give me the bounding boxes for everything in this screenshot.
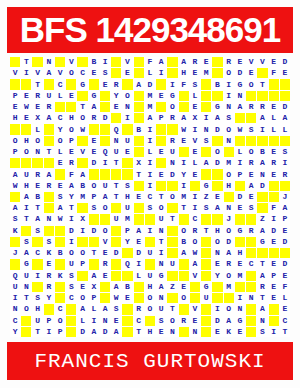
letter-cell: L [280,124,290,134]
blocked-cell [100,102,110,112]
letter-cell: E [190,316,200,326]
blocked-cell [100,214,110,224]
letter-cell: X [134,158,144,168]
letter-cell: C [55,113,65,123]
blocked-cell [122,316,132,326]
letter-cell: E [89,68,99,78]
letter-cell: D [100,113,110,123]
blocked-cell [134,282,144,292]
letter-cell: R [280,169,290,179]
letter-cell: Z [201,192,211,202]
letter-cell: T [89,248,99,258]
letter-cell: E [246,192,256,202]
letter-cell: B [212,79,222,89]
blocked-cell [257,192,267,202]
blocked-cell [167,57,177,67]
letter-cell: T [257,293,267,303]
letter-cell: L [280,293,290,303]
letter-cell: P [66,136,76,146]
blocked-cell [134,181,144,191]
letter-cell: A [111,327,121,337]
letter-cell: P [10,147,20,157]
letter-cell: P [89,192,99,202]
letter-cell: L [145,147,155,157]
blocked-cell [111,203,121,213]
letter-cell: R [246,102,256,112]
letter-cell: E [212,192,222,202]
letter-cell: M [224,158,234,168]
letter-cell: S [257,327,267,337]
letter-cell: T [111,158,121,168]
letter-cell: T [156,192,166,202]
letter-cell: O [179,226,189,236]
letter-cell: Z [167,282,177,292]
letter-cell: C [77,68,87,78]
letter-cell: N [111,136,121,146]
letter-cell: R [190,57,200,67]
blocked-cell [122,327,132,337]
letter-cell: E [190,68,200,78]
blocked-cell [145,214,155,224]
letter-cell: N [190,327,200,337]
letter-cell: W [111,293,121,303]
blocked-cell [179,102,189,112]
letter-cell: E [212,327,222,337]
blocked-cell [246,136,256,146]
letter-cell: F [66,169,76,179]
blocked-cell [224,293,234,303]
letter-cell: A [44,169,54,179]
blocked-cell [167,68,177,78]
letter-cell: E [156,327,166,337]
blocked-cell [111,271,121,281]
letter-cell: O [55,316,65,326]
letter-cell: V [55,68,65,78]
letter-cell: N [167,158,177,168]
letter-cell: O [77,113,87,123]
blocked-cell [257,91,267,101]
blocked-cell [111,259,121,269]
letter-cell: O [212,237,222,247]
letter-cell: E [100,248,110,258]
letter-cell: A [257,113,267,123]
author-band: FRANCIS GURTOWSKI [7,342,293,380]
letter-cell: C [190,214,200,224]
letter-cell: K [55,271,65,281]
blocked-cell [257,248,267,258]
letter-cell: N [224,102,234,112]
blocked-cell [201,237,211,247]
blocked-cell [201,248,211,258]
blocked-cell [134,113,144,123]
letter-cell: Z [257,214,267,224]
letter-cell: H [32,304,42,314]
blocked-cell [77,91,87,101]
letter-cell: E [201,57,211,67]
letter-cell: S [190,79,200,89]
letter-cell: O [246,79,256,89]
blocked-cell [10,192,20,202]
letter-cell: O [66,68,76,78]
letter-cell: E [269,169,279,179]
blocked-cell [246,304,256,314]
letter-cell: E [269,293,279,303]
letter-cell: E [66,147,76,157]
blocked-cell [280,79,290,89]
letter-cell: X [190,113,200,123]
letter-cell: G [235,226,245,236]
letter-cell: A [257,158,267,168]
letter-cell: A [77,169,87,179]
letter-cell: I [21,68,31,78]
blocked-cell [212,169,222,179]
blocked-cell [246,282,256,292]
letter-cell: E [179,282,189,292]
letter-cell: P [10,91,20,101]
author-name: FRANCIS GURTOWSKI [34,350,265,373]
letter-cell: U [156,214,166,224]
blocked-cell [280,91,290,101]
blocked-cell [167,237,177,247]
letter-cell: R [111,79,121,89]
letter-cell: I [235,158,245,168]
letter-cell: R [246,158,256,168]
letter-cell: U [122,136,132,146]
blocked-cell [100,91,110,101]
letter-cell: I [190,192,200,202]
blocked-cell [235,136,245,146]
letter-cell: O [167,102,177,112]
blocked-cell [32,259,42,269]
letter-cell: T [201,226,211,236]
letter-cell: G [235,316,245,326]
letter-cell: O [89,181,99,191]
blocked-cell [269,136,279,146]
blocked-cell [77,237,87,247]
letter-cell: A [21,248,31,258]
letter-cell: E [156,147,166,157]
letter-cell: U [145,271,155,281]
letter-cell: E [55,181,65,191]
letter-cell: E [269,102,279,112]
letter-cell: N [257,316,267,326]
letter-cell: I [44,327,54,337]
blocked-cell [212,181,222,191]
letter-cell: D [77,327,87,337]
letter-cell: I [134,259,144,269]
blocked-cell [246,316,256,326]
letter-cell: E [269,147,279,157]
letter-cell: H [21,136,31,146]
letter-cell: B [134,124,144,134]
blocked-cell [212,136,222,146]
blocked-cell [66,304,76,314]
letter-cell: O [21,147,31,157]
blocked-cell [190,293,200,303]
blocked-cell [55,102,65,112]
letter-cell: R [257,102,267,112]
letter-cell: A [134,79,144,89]
letter-cell: S [66,271,76,281]
letter-cell: H [145,327,155,337]
letter-cell: E [235,57,245,67]
blocked-cell [246,237,256,247]
blocked-cell [111,57,121,67]
letter-cell: R [190,226,200,236]
letter-cell: V [246,57,256,67]
blocked-cell [269,304,279,314]
blocked-cell [77,271,87,281]
letter-cell: E [77,282,87,292]
blocked-cell [10,237,20,247]
letter-cell: V [66,57,76,67]
letter-cell: X [89,282,99,292]
letter-cell: R [66,158,76,168]
letter-cell: E [235,203,245,213]
letter-cell: O [224,304,234,314]
blocked-cell [55,226,65,236]
letter-cell: J [10,248,20,258]
blocked-cell [179,304,189,314]
blocked-cell [201,304,211,314]
letter-cell: L [89,304,99,314]
letter-cell: W [179,124,189,134]
letter-cell: O [246,147,256,157]
letter-cell: Y [212,271,222,281]
blocked-cell [32,282,42,292]
letter-cell: E [10,102,20,112]
letter-cell: O [32,136,42,146]
letter-cell: D [167,169,177,179]
letter-cell: A [21,192,31,202]
blocked-cell [212,57,222,67]
letter-cell: E [111,316,121,326]
letter-cell: I [100,158,110,168]
blocked-cell [122,124,132,134]
letter-cell: T [134,169,144,179]
blocked-cell [212,68,222,78]
letter-cell: S [32,293,42,303]
letter-cell: S [32,226,42,236]
letter-cell: R [89,113,99,123]
blocked-cell [246,327,256,337]
letter-cell: W [10,181,20,191]
letter-cell: X [77,214,87,224]
letter-cell: I [224,91,234,101]
letter-cell: E [190,169,200,179]
letter-cell: Y [122,237,132,247]
blocked-cell [100,169,110,179]
letter-cell: D [280,57,290,67]
blocked-cell [100,136,110,146]
letter-cell: L [190,91,200,101]
letter-cell: O [224,124,234,134]
letter-cell: O [224,271,234,281]
letter-cell: I [100,57,110,67]
blocked-cell [167,124,177,134]
letter-cell: A [44,113,54,123]
letter-cell: E [212,259,222,269]
blocked-cell [179,327,189,337]
letter-cell: I [89,316,99,326]
letter-cell: R [44,102,54,112]
letter-cell: L [134,271,144,281]
letter-cell: W [190,248,200,258]
letter-cell: N [122,102,132,112]
letter-cell: S [44,237,54,247]
letter-cell: I [122,113,132,123]
letter-cell: B [257,147,267,157]
blocked-cell [235,237,245,247]
letter-cell: N [100,316,110,326]
blocked-cell [10,259,20,269]
letter-cell: N [21,282,31,292]
blocked-cell [10,79,20,89]
title-band: BFS 1429348691 [7,7,293,53]
letter-cell: A [111,282,121,292]
letter-cell: A [224,316,234,326]
blocked-cell [246,271,256,281]
letter-cell: I [269,327,279,337]
letter-cell: V [190,271,200,281]
blocked-cell [44,79,54,89]
letter-cell: D [212,316,222,326]
blocked-cell [167,226,177,236]
blocked-cell [21,316,31,326]
letter-cell: H [21,181,31,191]
letter-cell: N [246,293,256,303]
letter-cell: I [190,203,200,213]
letter-cell: E [190,147,200,157]
letter-cell: D [280,237,290,247]
letter-cell: N [156,259,166,269]
letter-cell: O [100,226,110,236]
blocked-cell [235,181,245,191]
letter-cell: D [212,124,222,134]
letter-cell: I [235,293,245,303]
letter-cell: K [224,327,234,337]
letter-cell: O [179,293,189,303]
letter-cell: A [280,113,290,123]
blocked-cell [280,248,290,258]
blocked-cell [269,79,279,89]
letter-cell: H [212,226,222,236]
letter-cell: A [156,57,166,67]
letter-cell: N [212,248,222,258]
blocked-cell [55,259,65,269]
blocked-cell [269,192,279,202]
letter-cell: I [212,304,222,314]
letter-cell: O [21,304,31,314]
letter-cell: R [32,91,42,101]
letter-cell: E [269,259,279,269]
letter-cell: J [224,214,234,224]
letter-cell: I [10,293,20,303]
letter-cell: I [145,158,155,168]
letter-cell: R [100,259,110,269]
letter-cell: E [269,237,279,247]
letter-cell: T [32,327,42,337]
letter-cell: R [32,169,42,179]
letter-cell: I [201,113,211,123]
letter-cell: L [269,113,279,123]
letter-cell: A [179,57,189,67]
letter-cell: U [167,147,177,157]
letter-cell: L [145,68,155,78]
blocked-cell [122,271,132,281]
blocked-cell [122,304,132,314]
letter-cell: R [224,259,234,269]
letter-cell: P [156,113,166,123]
blocked-cell [201,271,211,281]
blocked-cell [235,282,245,292]
blocked-cell [179,147,189,157]
letter-cell: U [156,304,166,314]
letter-cell: B [32,192,42,202]
letter-cell: N [201,124,211,134]
letter-cell: S [100,68,110,78]
letter-cell: I [167,79,177,89]
blocked-cell [66,316,76,326]
letter-cell: O [66,124,76,134]
blocked-cell [44,226,54,236]
blocked-cell [32,158,42,168]
letter-cell: U [21,169,31,179]
blocked-cell [201,169,211,179]
letter-cell: R [257,282,267,292]
blocked-cell [66,79,76,89]
blocked-cell [212,214,222,224]
book-title: BFS 1429348691 [20,10,280,50]
letter-cell: S [89,203,99,213]
letter-cell: T [111,192,121,202]
letter-cell: T [21,57,31,67]
blocked-cell [44,158,54,168]
letter-cell: L [77,316,87,326]
blocked-cell [167,181,177,191]
blocked-cell [190,282,200,292]
letter-cell: N [156,293,166,303]
letter-cell: J [280,192,290,202]
blocked-cell [66,327,76,337]
letter-cell: E [235,259,245,269]
letter-cell: A [44,68,54,78]
letter-cell: R [269,158,279,168]
letter-cell: T [66,203,76,213]
letter-cell: A [89,327,99,337]
letter-cell: D [100,327,110,337]
blocked-cell [156,79,166,89]
letter-cell: G [201,282,211,292]
letter-cell: E [122,68,132,78]
letter-cell: G [77,79,87,89]
blocked-cell [89,237,99,247]
blocked-cell [100,282,110,292]
letter-cell: H [10,113,20,123]
letter-cell: H [66,113,76,123]
blocked-cell [89,124,99,134]
letter-cell: N [235,91,245,101]
blocked-cell [257,68,267,78]
letter-cell: O [77,293,87,303]
blocked-cell [10,57,20,67]
blocked-cell [21,158,31,168]
blocked-cell [111,113,121,123]
letter-cell: E [280,304,290,314]
letter-cell: V [100,237,110,247]
blocked-cell [44,136,54,146]
letter-cell: I [156,248,166,258]
